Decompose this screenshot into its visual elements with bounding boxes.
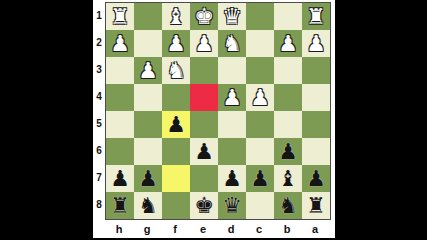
piece-black-knight[interactable]: ♞ bbox=[278, 195, 298, 217]
rank-label-1: 1 bbox=[93, 2, 105, 29]
square-e1[interactable]: ♚ bbox=[190, 3, 218, 30]
square-f1[interactable]: ♝ bbox=[162, 3, 190, 30]
file-label-d: d bbox=[217, 220, 245, 237]
piece-white-pawn[interactable]: ♟ bbox=[222, 87, 242, 109]
square-g1[interactable] bbox=[134, 3, 162, 30]
square-f6[interactable] bbox=[162, 138, 190, 165]
square-h5[interactable] bbox=[106, 111, 134, 138]
square-d8[interactable]: ♛ bbox=[218, 192, 246, 219]
square-g8[interactable]: ♞ bbox=[134, 192, 162, 219]
square-c8[interactable] bbox=[246, 192, 274, 219]
chess-board-panel: 12345678 ♜♝♚♛♜♟♟♟♞♟♟♟♞♟♟♟♟♟♟♟♟♟♝♟♜♞♚♛♞♜ … bbox=[93, 0, 335, 238]
square-c5[interactable] bbox=[246, 111, 274, 138]
square-c3[interactable] bbox=[246, 57, 274, 84]
square-a8[interactable]: ♜ bbox=[302, 192, 330, 219]
square-g6[interactable] bbox=[134, 138, 162, 165]
square-c1[interactable] bbox=[246, 3, 274, 30]
file-label-b: b bbox=[273, 220, 301, 237]
piece-black-pawn[interactable]: ♟ bbox=[250, 168, 270, 190]
square-d3[interactable] bbox=[218, 57, 246, 84]
file-label-f: f bbox=[161, 220, 189, 237]
file-labels: hgfedcba bbox=[105, 220, 329, 237]
file-label-e: e bbox=[189, 220, 217, 237]
square-d4[interactable]: ♟ bbox=[218, 84, 246, 111]
square-f8[interactable] bbox=[162, 192, 190, 219]
file-label-a: a bbox=[301, 220, 329, 237]
piece-black-rook[interactable]: ♜ bbox=[306, 195, 326, 217]
rank-label-6: 6 bbox=[93, 137, 105, 164]
square-a3[interactable] bbox=[302, 57, 330, 84]
square-c6[interactable] bbox=[246, 138, 274, 165]
square-b2[interactable]: ♟ bbox=[274, 30, 302, 57]
square-d2[interactable]: ♞ bbox=[218, 30, 246, 57]
piece-white-pawn[interactable]: ♟ bbox=[138, 60, 158, 82]
square-b6[interactable]: ♟ bbox=[274, 138, 302, 165]
piece-black-pawn[interactable]: ♟ bbox=[306, 168, 326, 190]
piece-white-queen[interactable]: ♛ bbox=[222, 6, 242, 28]
piece-white-pawn[interactable]: ♟ bbox=[306, 33, 326, 55]
piece-black-pawn[interactable]: ♟ bbox=[278, 141, 298, 163]
square-d1[interactable]: ♛ bbox=[218, 3, 246, 30]
square-g4[interactable] bbox=[134, 84, 162, 111]
square-d7[interactable]: ♟ bbox=[218, 165, 246, 192]
square-e8[interactable]: ♚ bbox=[190, 192, 218, 219]
square-f5[interactable]: ♟ bbox=[162, 111, 190, 138]
square-e7[interactable] bbox=[190, 165, 218, 192]
piece-black-pawn[interactable]: ♟ bbox=[138, 168, 158, 190]
square-h1[interactable]: ♜ bbox=[106, 3, 134, 30]
square-b4[interactable] bbox=[274, 84, 302, 111]
piece-black-king[interactable]: ♚ bbox=[194, 195, 214, 217]
square-c2[interactable] bbox=[246, 30, 274, 57]
piece-white-bishop[interactable]: ♝ bbox=[166, 6, 186, 28]
piece-white-rook[interactable]: ♜ bbox=[110, 6, 130, 28]
square-b1[interactable] bbox=[274, 3, 302, 30]
file-label-g: g bbox=[133, 220, 161, 237]
square-a2[interactable]: ♟ bbox=[302, 30, 330, 57]
square-h2[interactable]: ♟ bbox=[106, 30, 134, 57]
piece-white-king[interactable]: ♚ bbox=[194, 6, 214, 28]
square-b8[interactable]: ♞ bbox=[274, 192, 302, 219]
piece-white-pawn[interactable]: ♟ bbox=[166, 33, 186, 55]
square-g3[interactable]: ♟ bbox=[134, 57, 162, 84]
square-f4[interactable] bbox=[162, 84, 190, 111]
piece-black-queen[interactable]: ♛ bbox=[222, 195, 242, 217]
square-a5[interactable] bbox=[302, 111, 330, 138]
square-h4[interactable] bbox=[106, 84, 134, 111]
square-h7[interactable]: ♟ bbox=[106, 165, 134, 192]
page-background: { "game": "chess", "position": { "fen": … bbox=[0, 0, 427, 240]
piece-white-knight[interactable]: ♞ bbox=[222, 33, 242, 55]
square-e2[interactable]: ♟ bbox=[190, 30, 218, 57]
square-e3[interactable] bbox=[190, 57, 218, 84]
square-b5[interactable] bbox=[274, 111, 302, 138]
square-e5[interactable] bbox=[190, 111, 218, 138]
rank-label-8: 8 bbox=[93, 191, 105, 218]
square-g2[interactable] bbox=[134, 30, 162, 57]
piece-black-rook[interactable]: ♜ bbox=[110, 195, 130, 217]
piece-black-bishop[interactable]: ♝ bbox=[278, 168, 298, 190]
square-a7[interactable]: ♟ bbox=[302, 165, 330, 192]
file-label-h: h bbox=[105, 220, 133, 237]
square-a1[interactable]: ♜ bbox=[302, 3, 330, 30]
chess-board[interactable]: ♜♝♚♛♜♟♟♟♞♟♟♟♞♟♟♟♟♟♟♟♟♟♝♟♜♞♚♛♞♜ bbox=[105, 2, 331, 220]
piece-white-knight[interactable]: ♞ bbox=[166, 60, 186, 82]
piece-white-rook[interactable]: ♜ bbox=[306, 6, 326, 28]
square-c7[interactable]: ♟ bbox=[246, 165, 274, 192]
piece-black-pawn[interactable]: ♟ bbox=[222, 168, 242, 190]
square-d6[interactable] bbox=[218, 138, 246, 165]
square-h8[interactable]: ♜ bbox=[106, 192, 134, 219]
square-a6[interactable] bbox=[302, 138, 330, 165]
square-f2[interactable]: ♟ bbox=[162, 30, 190, 57]
rank-label-7: 7 bbox=[93, 164, 105, 191]
square-e4[interactable] bbox=[190, 84, 218, 111]
square-c4[interactable]: ♟ bbox=[246, 84, 274, 111]
square-b3[interactable] bbox=[274, 57, 302, 84]
square-b7[interactable]: ♝ bbox=[274, 165, 302, 192]
file-label-c: c bbox=[245, 220, 273, 237]
piece-white-pawn[interactable]: ♟ bbox=[110, 33, 130, 55]
square-h3[interactable] bbox=[106, 57, 134, 84]
piece-white-pawn[interactable]: ♟ bbox=[194, 33, 214, 55]
piece-white-pawn[interactable]: ♟ bbox=[250, 87, 270, 109]
rank-label-4: 4 bbox=[93, 83, 105, 110]
piece-white-pawn[interactable]: ♟ bbox=[278, 33, 298, 55]
rank-labels: 12345678 bbox=[93, 2, 105, 218]
piece-black-pawn[interactable]: ♟ bbox=[194, 141, 214, 163]
rank-label-3: 3 bbox=[93, 56, 105, 83]
rank-label-5: 5 bbox=[93, 110, 105, 137]
piece-black-pawn[interactable]: ♟ bbox=[110, 168, 130, 190]
piece-black-pawn[interactable]: ♟ bbox=[166, 114, 186, 136]
square-a4[interactable] bbox=[302, 84, 330, 111]
square-g7[interactable]: ♟ bbox=[134, 165, 162, 192]
square-f7[interactable] bbox=[162, 165, 190, 192]
square-e6[interactable]: ♟ bbox=[190, 138, 218, 165]
piece-black-knight[interactable]: ♞ bbox=[138, 195, 158, 217]
rank-label-2: 2 bbox=[93, 29, 105, 56]
square-g5[interactable] bbox=[134, 111, 162, 138]
square-f3[interactable]: ♞ bbox=[162, 57, 190, 84]
square-d5[interactable] bbox=[218, 111, 246, 138]
square-h6[interactable] bbox=[106, 138, 134, 165]
